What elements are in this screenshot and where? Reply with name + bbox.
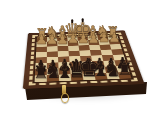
chess-board	[23, 30, 145, 89]
product-photo-canvas: ♜♞♝♛♚♝♞♜♟♟♟♟♟♟♟♟♟♟♟♟♟♟♟♟♜♞♝♛♚♝♞♜	[0, 0, 166, 120]
clasp-loop-icon	[61, 93, 69, 103]
cell-r7-c7	[118, 72, 132, 79]
cell-r7-c3	[71, 74, 84, 81]
cell-r7-c2	[59, 74, 71, 81]
board-grid	[35, 35, 132, 82]
board-scene	[26, 2, 134, 110]
cell-r7-c1	[47, 75, 59, 82]
brass-clasp	[59, 84, 69, 104]
cell-r7-c0	[35, 75, 47, 82]
